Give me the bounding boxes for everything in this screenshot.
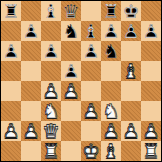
square-e6[interactable]: ♟♙ [81, 41, 101, 61]
square-a3[interactable] [1, 101, 21, 121]
square-d8[interactable]: ♛♕ [61, 1, 81, 21]
piece-black-bishop: ♝♗ [81, 21, 101, 41]
square-c1[interactable]: ♜♖ [41, 141, 61, 161]
piece-white-knight: ♞♘ [101, 101, 121, 121]
square-e3[interactable]: ♟♙ [81, 101, 101, 121]
piece-outline-glyph: ♗ [121, 61, 141, 81]
piece-fill-glyph: ♜ [41, 141, 61, 161]
piece-fill-glyph: ♚ [121, 1, 141, 21]
piece-outline-glyph: ♕ [41, 121, 61, 141]
square-a7[interactable] [1, 21, 21, 41]
square-c8[interactable]: ♝♗ [41, 1, 61, 21]
piece-fill-glyph: ♝ [101, 141, 121, 161]
piece-fill-glyph: ♞ [41, 101, 61, 121]
square-e8[interactable] [81, 1, 101, 21]
piece-fill-glyph: ♟ [61, 81, 81, 101]
square-g8[interactable]: ♚♔ [121, 1, 141, 21]
piece-outline-glyph: ♖ [41, 141, 61, 161]
piece-white-bishop: ♝♗ [121, 61, 141, 81]
square-f1[interactable]: ♝♗ [101, 141, 121, 161]
square-e4[interactable] [81, 81, 101, 101]
piece-white-queen: ♛♕ [41, 121, 61, 141]
piece-outline-glyph: ♙ [101, 21, 121, 41]
piece-fill-glyph: ♛ [41, 121, 61, 141]
square-d2[interactable] [61, 121, 81, 141]
square-d6[interactable] [61, 41, 81, 61]
square-g2[interactable]: ♟♙ [121, 121, 141, 141]
piece-black-queen: ♛♕ [61, 1, 81, 21]
piece-white-rook: ♜♖ [141, 141, 161, 161]
square-d4[interactable]: ♟♙ [61, 81, 81, 101]
piece-fill-glyph: ♛ [61, 1, 81, 21]
square-c3[interactable]: ♞♘ [41, 101, 61, 121]
square-b2[interactable]: ♟♙ [21, 121, 41, 141]
square-a2[interactable]: ♟♙ [1, 121, 21, 141]
piece-fill-glyph: ♟ [121, 121, 141, 141]
square-a8[interactable]: ♜♖ [1, 1, 21, 21]
piece-fill-glyph: ♟ [41, 81, 61, 101]
piece-outline-glyph: ♙ [21, 21, 41, 41]
piece-white-bishop: ♝♗ [101, 141, 121, 161]
piece-outline-glyph: ♙ [141, 21, 161, 41]
square-a1[interactable] [1, 141, 21, 161]
square-b5[interactable] [21, 61, 41, 81]
piece-outline-glyph: ♙ [1, 121, 21, 141]
square-c6[interactable]: ♟♙ [41, 41, 61, 61]
piece-outline-glyph: ♙ [41, 41, 61, 61]
piece-black-knight: ♞♘ [61, 21, 81, 41]
piece-fill-glyph: ♜ [141, 141, 161, 161]
square-d3[interactable] [61, 101, 81, 121]
square-b6[interactable] [21, 41, 41, 61]
piece-outline-glyph: ♘ [41, 101, 61, 121]
square-h6[interactable] [141, 41, 161, 61]
square-d5[interactable]: ♟♙ [61, 61, 81, 81]
piece-black-pawn: ♟♙ [41, 41, 61, 61]
piece-white-knight: ♞♘ [41, 101, 61, 121]
square-c4[interactable]: ♟♙ [41, 81, 61, 101]
piece-black-king: ♚♔ [121, 1, 141, 21]
piece-fill-glyph: ♝ [81, 21, 101, 41]
piece-outline-glyph: ♙ [121, 21, 141, 41]
piece-outline-glyph: ♙ [141, 121, 161, 141]
piece-black-rook: ♜♖ [101, 1, 121, 21]
square-h5[interactable] [141, 61, 161, 81]
piece-outline-glyph: ♗ [81, 21, 101, 41]
square-e7[interactable]: ♝♗ [81, 21, 101, 41]
square-f2[interactable]: ♟♙ [101, 121, 121, 141]
piece-outline-glyph: ♔ [81, 141, 101, 161]
piece-fill-glyph: ♟ [21, 121, 41, 141]
piece-white-pawn: ♟♙ [61, 81, 81, 101]
piece-fill-glyph: ♟ [101, 121, 121, 141]
piece-outline-glyph: ♕ [61, 1, 81, 21]
piece-fill-glyph: ♟ [121, 21, 141, 41]
square-f8[interactable]: ♜♖ [101, 1, 121, 21]
piece-white-king: ♚♔ [81, 141, 101, 161]
square-f4[interactable] [101, 81, 121, 101]
square-f7[interactable]: ♟♙ [101, 21, 121, 41]
piece-outline-glyph: ♙ [41, 81, 61, 101]
piece-black-rook: ♜♖ [1, 1, 21, 21]
square-a5[interactable] [1, 61, 21, 81]
piece-outline-glyph: ♘ [61, 21, 81, 41]
square-c2[interactable]: ♛♕ [41, 121, 61, 141]
piece-black-pawn: ♟♙ [61, 61, 81, 81]
piece-black-pawn: ♟♙ [121, 21, 141, 41]
square-b4[interactable] [21, 81, 41, 101]
piece-white-pawn: ♟♙ [141, 121, 161, 141]
piece-white-pawn: ♟♙ [41, 81, 61, 101]
piece-outline-glyph: ♙ [81, 101, 101, 121]
square-a4[interactable] [1, 81, 21, 101]
square-g4[interactable] [121, 81, 141, 101]
piece-fill-glyph: ♝ [41, 1, 61, 21]
piece-fill-glyph: ♝ [121, 61, 141, 81]
square-g6[interactable] [121, 41, 141, 61]
square-g7[interactable]: ♟♙ [121, 21, 141, 41]
piece-outline-glyph: ♙ [121, 121, 141, 141]
piece-outline-glyph: ♗ [41, 1, 61, 21]
piece-outline-glyph: ♔ [121, 1, 141, 21]
piece-fill-glyph: ♞ [101, 101, 121, 121]
square-b8[interactable] [21, 1, 41, 21]
piece-fill-glyph: ♞ [101, 41, 121, 61]
piece-outline-glyph: ♘ [101, 41, 121, 61]
piece-outline-glyph: ♙ [101, 121, 121, 141]
square-f3[interactable]: ♞♘ [101, 101, 121, 121]
piece-black-knight: ♞♘ [101, 41, 121, 61]
square-h7[interactable]: ♟♙ [141, 21, 161, 41]
piece-outline-glyph: ♙ [81, 41, 101, 61]
square-f5[interactable] [101, 61, 121, 81]
square-h8[interactable] [141, 1, 161, 21]
square-g1[interactable] [121, 141, 141, 161]
square-g3[interactable] [121, 101, 141, 121]
piece-white-rook: ♜♖ [41, 141, 61, 161]
piece-white-pawn: ♟♙ [21, 121, 41, 141]
piece-black-pawn: ♟♙ [81, 41, 101, 61]
piece-fill-glyph: ♟ [141, 21, 161, 41]
square-b3[interactable] [21, 101, 41, 121]
piece-black-pawn: ♟♙ [21, 21, 41, 41]
piece-black-bishop: ♝♗ [41, 1, 61, 21]
piece-fill-glyph: ♞ [61, 21, 81, 41]
piece-outline-glyph: ♗ [101, 141, 121, 161]
square-f6[interactable]: ♞♘ [101, 41, 121, 61]
piece-fill-glyph: ♟ [1, 41, 21, 61]
piece-fill-glyph: ♜ [1, 1, 21, 21]
square-a6[interactable]: ♟♙ [1, 41, 21, 61]
square-d7[interactable]: ♞♘ [61, 21, 81, 41]
piece-fill-glyph: ♟ [41, 41, 61, 61]
square-h2[interactable]: ♟♙ [141, 121, 161, 141]
piece-white-pawn: ♟♙ [121, 121, 141, 141]
piece-white-pawn: ♟♙ [101, 121, 121, 141]
piece-outline-glyph: ♙ [21, 121, 41, 141]
square-e1[interactable]: ♚♔ [81, 141, 101, 161]
piece-outline-glyph: ♖ [1, 1, 21, 21]
piece-fill-glyph: ♟ [61, 61, 81, 81]
piece-black-pawn: ♟♙ [1, 41, 21, 61]
piece-outline-glyph: ♙ [1, 41, 21, 61]
piece-fill-glyph: ♜ [101, 1, 121, 21]
piece-outline-glyph: ♘ [101, 101, 121, 121]
piece-white-pawn: ♟♙ [81, 101, 101, 121]
square-h3[interactable] [141, 101, 161, 121]
piece-fill-glyph: ♟ [81, 41, 101, 61]
piece-fill-glyph: ♟ [101, 21, 121, 41]
piece-outline-glyph: ♙ [61, 81, 81, 101]
piece-fill-glyph: ♟ [21, 21, 41, 41]
piece-outline-glyph: ♙ [61, 61, 81, 81]
chess-board: ♜♖♝♗♛♕♜♖♚♔♟♙♞♘♝♗♟♙♟♙♟♙♟♙♟♙♟♙♞♘♟♙♝♗♟♙♟♙♞♘… [0, 0, 162, 162]
piece-fill-glyph: ♟ [81, 101, 101, 121]
square-h1[interactable]: ♜♖ [141, 141, 161, 161]
piece-outline-glyph: ♖ [101, 1, 121, 21]
piece-black-pawn: ♟♙ [141, 21, 161, 41]
piece-fill-glyph: ♟ [141, 121, 161, 141]
square-e2[interactable] [81, 121, 101, 141]
square-e5[interactable] [81, 61, 101, 81]
square-h4[interactable] [141, 81, 161, 101]
square-c7[interactable] [41, 21, 61, 41]
piece-black-pawn: ♟♙ [101, 21, 121, 41]
piece-fill-glyph: ♟ [1, 121, 21, 141]
square-b1[interactable] [21, 141, 41, 161]
square-b7[interactable]: ♟♙ [21, 21, 41, 41]
piece-fill-glyph: ♚ [81, 141, 101, 161]
square-g5[interactable]: ♝♗ [121, 61, 141, 81]
piece-outline-glyph: ♖ [141, 141, 161, 161]
square-c5[interactable] [41, 61, 61, 81]
square-d1[interactable] [61, 141, 81, 161]
piece-white-pawn: ♟♙ [1, 121, 21, 141]
